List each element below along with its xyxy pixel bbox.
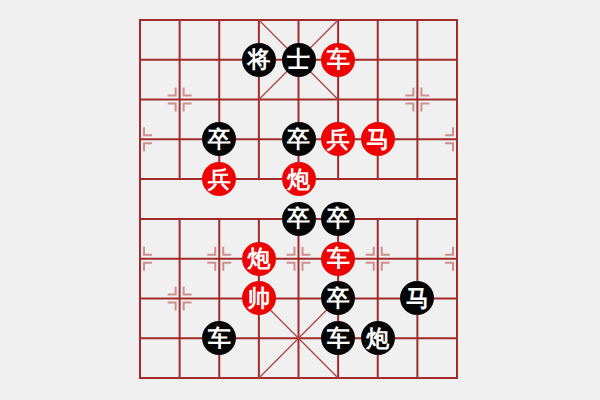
piece-black-soldier[interactable]: 卒 [282, 122, 316, 156]
piece-red-horse[interactable]: 马 [361, 122, 395, 156]
piece-black-advisor[interactable]: 士 [282, 43, 316, 77]
piece-black-soldier[interactable]: 卒 [282, 202, 316, 236]
piece-red-cannon[interactable]: 炮 [242, 242, 276, 276]
piece-red-chariot[interactable]: 车 [321, 242, 355, 276]
piece-black-chariot[interactable]: 车 [202, 321, 236, 355]
piece-black-horse[interactable]: 马 [400, 281, 434, 315]
piece-red-cannon[interactable]: 炮 [282, 162, 316, 196]
xiangqi-diagram: 将士车卒卒兵马兵炮卒卒炮车帅卒马车车炮 [0, 0, 600, 400]
piece-black-chariot[interactable]: 车 [321, 321, 355, 355]
piece-red-general[interactable]: 帅 [242, 281, 276, 315]
piece-red-soldier[interactable]: 兵 [321, 122, 355, 156]
piece-black-soldier[interactable]: 卒 [202, 122, 236, 156]
piece-black-soldier[interactable]: 卒 [321, 202, 355, 236]
piece-black-general[interactable]: 将 [242, 43, 276, 77]
piece-red-soldier[interactable]: 兵 [202, 162, 236, 196]
piece-black-soldier[interactable]: 卒 [321, 281, 355, 315]
piece-black-cannon[interactable]: 炮 [361, 321, 395, 355]
piece-red-chariot[interactable]: 车 [321, 43, 355, 77]
pieces-layer: 将士车卒卒兵马兵炮卒卒炮车帅卒马车车炮 [120, 0, 477, 398]
